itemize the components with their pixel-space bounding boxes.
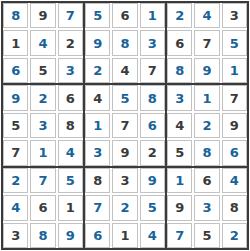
cell-r5c9[interactable]: 9 [222, 113, 247, 138]
cell-r1c9[interactable]: 3 [222, 3, 247, 28]
cell-r5c4[interactable]: 1 [85, 113, 110, 138]
cell-r6c5[interactable]: 9 [112, 140, 137, 165]
sudoku-box-0-1: 561983247 [85, 3, 165, 83]
cell-r9c7[interactable]: 7 [167, 223, 192, 248]
cell-r5c3[interactable]: 8 [58, 113, 83, 138]
cell-r9c9[interactable]: 2 [222, 223, 247, 248]
cell-r3c7[interactable]: 8 [167, 58, 192, 83]
cell-r5c8[interactable]: 2 [194, 113, 219, 138]
sudoku-box-2-2: 164938752 [167, 168, 247, 248]
cell-r6c9[interactable]: 6 [222, 140, 247, 165]
cell-r8c3[interactable]: 1 [58, 195, 83, 220]
cell-r5c2[interactable]: 3 [30, 113, 55, 138]
cell-r2c5[interactable]: 8 [112, 30, 137, 55]
cell-r8c2[interactable]: 6 [30, 195, 55, 220]
cell-r2c1[interactable]: 1 [3, 30, 28, 55]
cell-r4c5[interactable]: 5 [112, 85, 137, 110]
cell-r4c3[interactable]: 6 [58, 85, 83, 110]
cell-r6c8[interactable]: 8 [194, 140, 219, 165]
cell-r6c2[interactable]: 1 [30, 140, 55, 165]
cell-r1c1[interactable]: 8 [3, 3, 28, 28]
cell-r7c4[interactable]: 8 [85, 168, 110, 193]
cell-r6c6[interactable]: 2 [140, 140, 165, 165]
cell-r5c1[interactable]: 5 [3, 113, 28, 138]
cell-r5c5[interactable]: 7 [112, 113, 137, 138]
cell-r2c6[interactable]: 3 [140, 30, 165, 55]
cell-r7c7[interactable]: 1 [167, 168, 192, 193]
cell-r2c4[interactable]: 9 [85, 30, 110, 55]
cell-r2c3[interactable]: 2 [58, 30, 83, 55]
cell-r3c6[interactable]: 7 [140, 58, 165, 83]
cell-r7c1[interactable]: 2 [3, 168, 28, 193]
sudoku-board: 8971426535619832472436758919265387144581… [1, 1, 249, 250]
cell-r8c5[interactable]: 2 [112, 195, 137, 220]
cell-r9c8[interactable]: 5 [194, 223, 219, 248]
cell-r5c6[interactable]: 6 [140, 113, 165, 138]
sudoku-box-0-2: 243675891 [167, 3, 247, 83]
cell-r1c2[interactable]: 9 [30, 3, 55, 28]
cell-r7c3[interactable]: 5 [58, 168, 83, 193]
cell-r3c9[interactable]: 1 [222, 58, 247, 83]
cell-r4c7[interactable]: 3 [167, 85, 192, 110]
cell-r9c5[interactable]: 1 [112, 223, 137, 248]
cell-r3c4[interactable]: 2 [85, 58, 110, 83]
cell-r9c1[interactable]: 3 [3, 223, 28, 248]
cell-r4c4[interactable]: 4 [85, 85, 110, 110]
sudoku-box-0-0: 897142653 [3, 3, 83, 83]
cell-r8c1[interactable]: 4 [3, 195, 28, 220]
cell-r1c8[interactable]: 4 [194, 3, 219, 28]
cell-r2c8[interactable]: 7 [194, 30, 219, 55]
cell-r7c8[interactable]: 6 [194, 168, 219, 193]
cell-r1c7[interactable]: 2 [167, 3, 192, 28]
cell-r8c9[interactable]: 8 [222, 195, 247, 220]
cell-r5c7[interactable]: 4 [167, 113, 192, 138]
cell-r2c9[interactable]: 5 [222, 30, 247, 55]
cell-r8c8[interactable]: 3 [194, 195, 219, 220]
cell-r9c3[interactable]: 9 [58, 223, 83, 248]
cell-r6c7[interactable]: 5 [167, 140, 192, 165]
cell-r1c3[interactable]: 7 [58, 3, 83, 28]
cell-r6c1[interactable]: 7 [3, 140, 28, 165]
cell-r1c4[interactable]: 5 [85, 3, 110, 28]
cell-r8c4[interactable]: 7 [85, 195, 110, 220]
sudoku-box-1-2: 317429586 [167, 85, 247, 165]
cell-r4c8[interactable]: 1 [194, 85, 219, 110]
sudoku-board-wrapper: 8971426535619832472436758919265387144581… [1, 1, 249, 250]
cell-r2c2[interactable]: 4 [30, 30, 55, 55]
cell-r6c4[interactable]: 3 [85, 140, 110, 165]
cell-r8c7[interactable]: 9 [167, 195, 192, 220]
cell-r1c6[interactable]: 1 [140, 3, 165, 28]
cell-r4c6[interactable]: 8 [140, 85, 165, 110]
cell-r4c2[interactable]: 2 [30, 85, 55, 110]
sudoku-box-1-0: 926538714 [3, 85, 83, 165]
cell-r6c3[interactable]: 4 [58, 140, 83, 165]
cell-r7c6[interactable]: 9 [140, 168, 165, 193]
cell-r7c2[interactable]: 7 [30, 168, 55, 193]
sudoku-box-2-0: 275461389 [3, 168, 83, 248]
cell-r3c3[interactable]: 3 [58, 58, 83, 83]
cell-r8c6[interactable]: 5 [140, 195, 165, 220]
sudoku-box-1-1: 458176392 [85, 85, 165, 165]
cell-r4c1[interactable]: 9 [3, 85, 28, 110]
sudoku-box-2-1: 839725614 [85, 168, 165, 248]
cell-r1c5[interactable]: 6 [112, 3, 137, 28]
cell-r9c4[interactable]: 6 [85, 223, 110, 248]
cell-r4c9[interactable]: 7 [222, 85, 247, 110]
cell-r9c2[interactable]: 8 [30, 223, 55, 248]
cell-r3c2[interactable]: 5 [30, 58, 55, 83]
cell-r7c5[interactable]: 3 [112, 168, 137, 193]
cell-r3c1[interactable]: 6 [3, 58, 28, 83]
cell-r3c5[interactable]: 4 [112, 58, 137, 83]
cell-r9c6[interactable]: 4 [140, 223, 165, 248]
cell-r2c7[interactable]: 6 [167, 30, 192, 55]
cell-r7c9[interactable]: 4 [222, 168, 247, 193]
cell-r3c8[interactable]: 9 [194, 58, 219, 83]
